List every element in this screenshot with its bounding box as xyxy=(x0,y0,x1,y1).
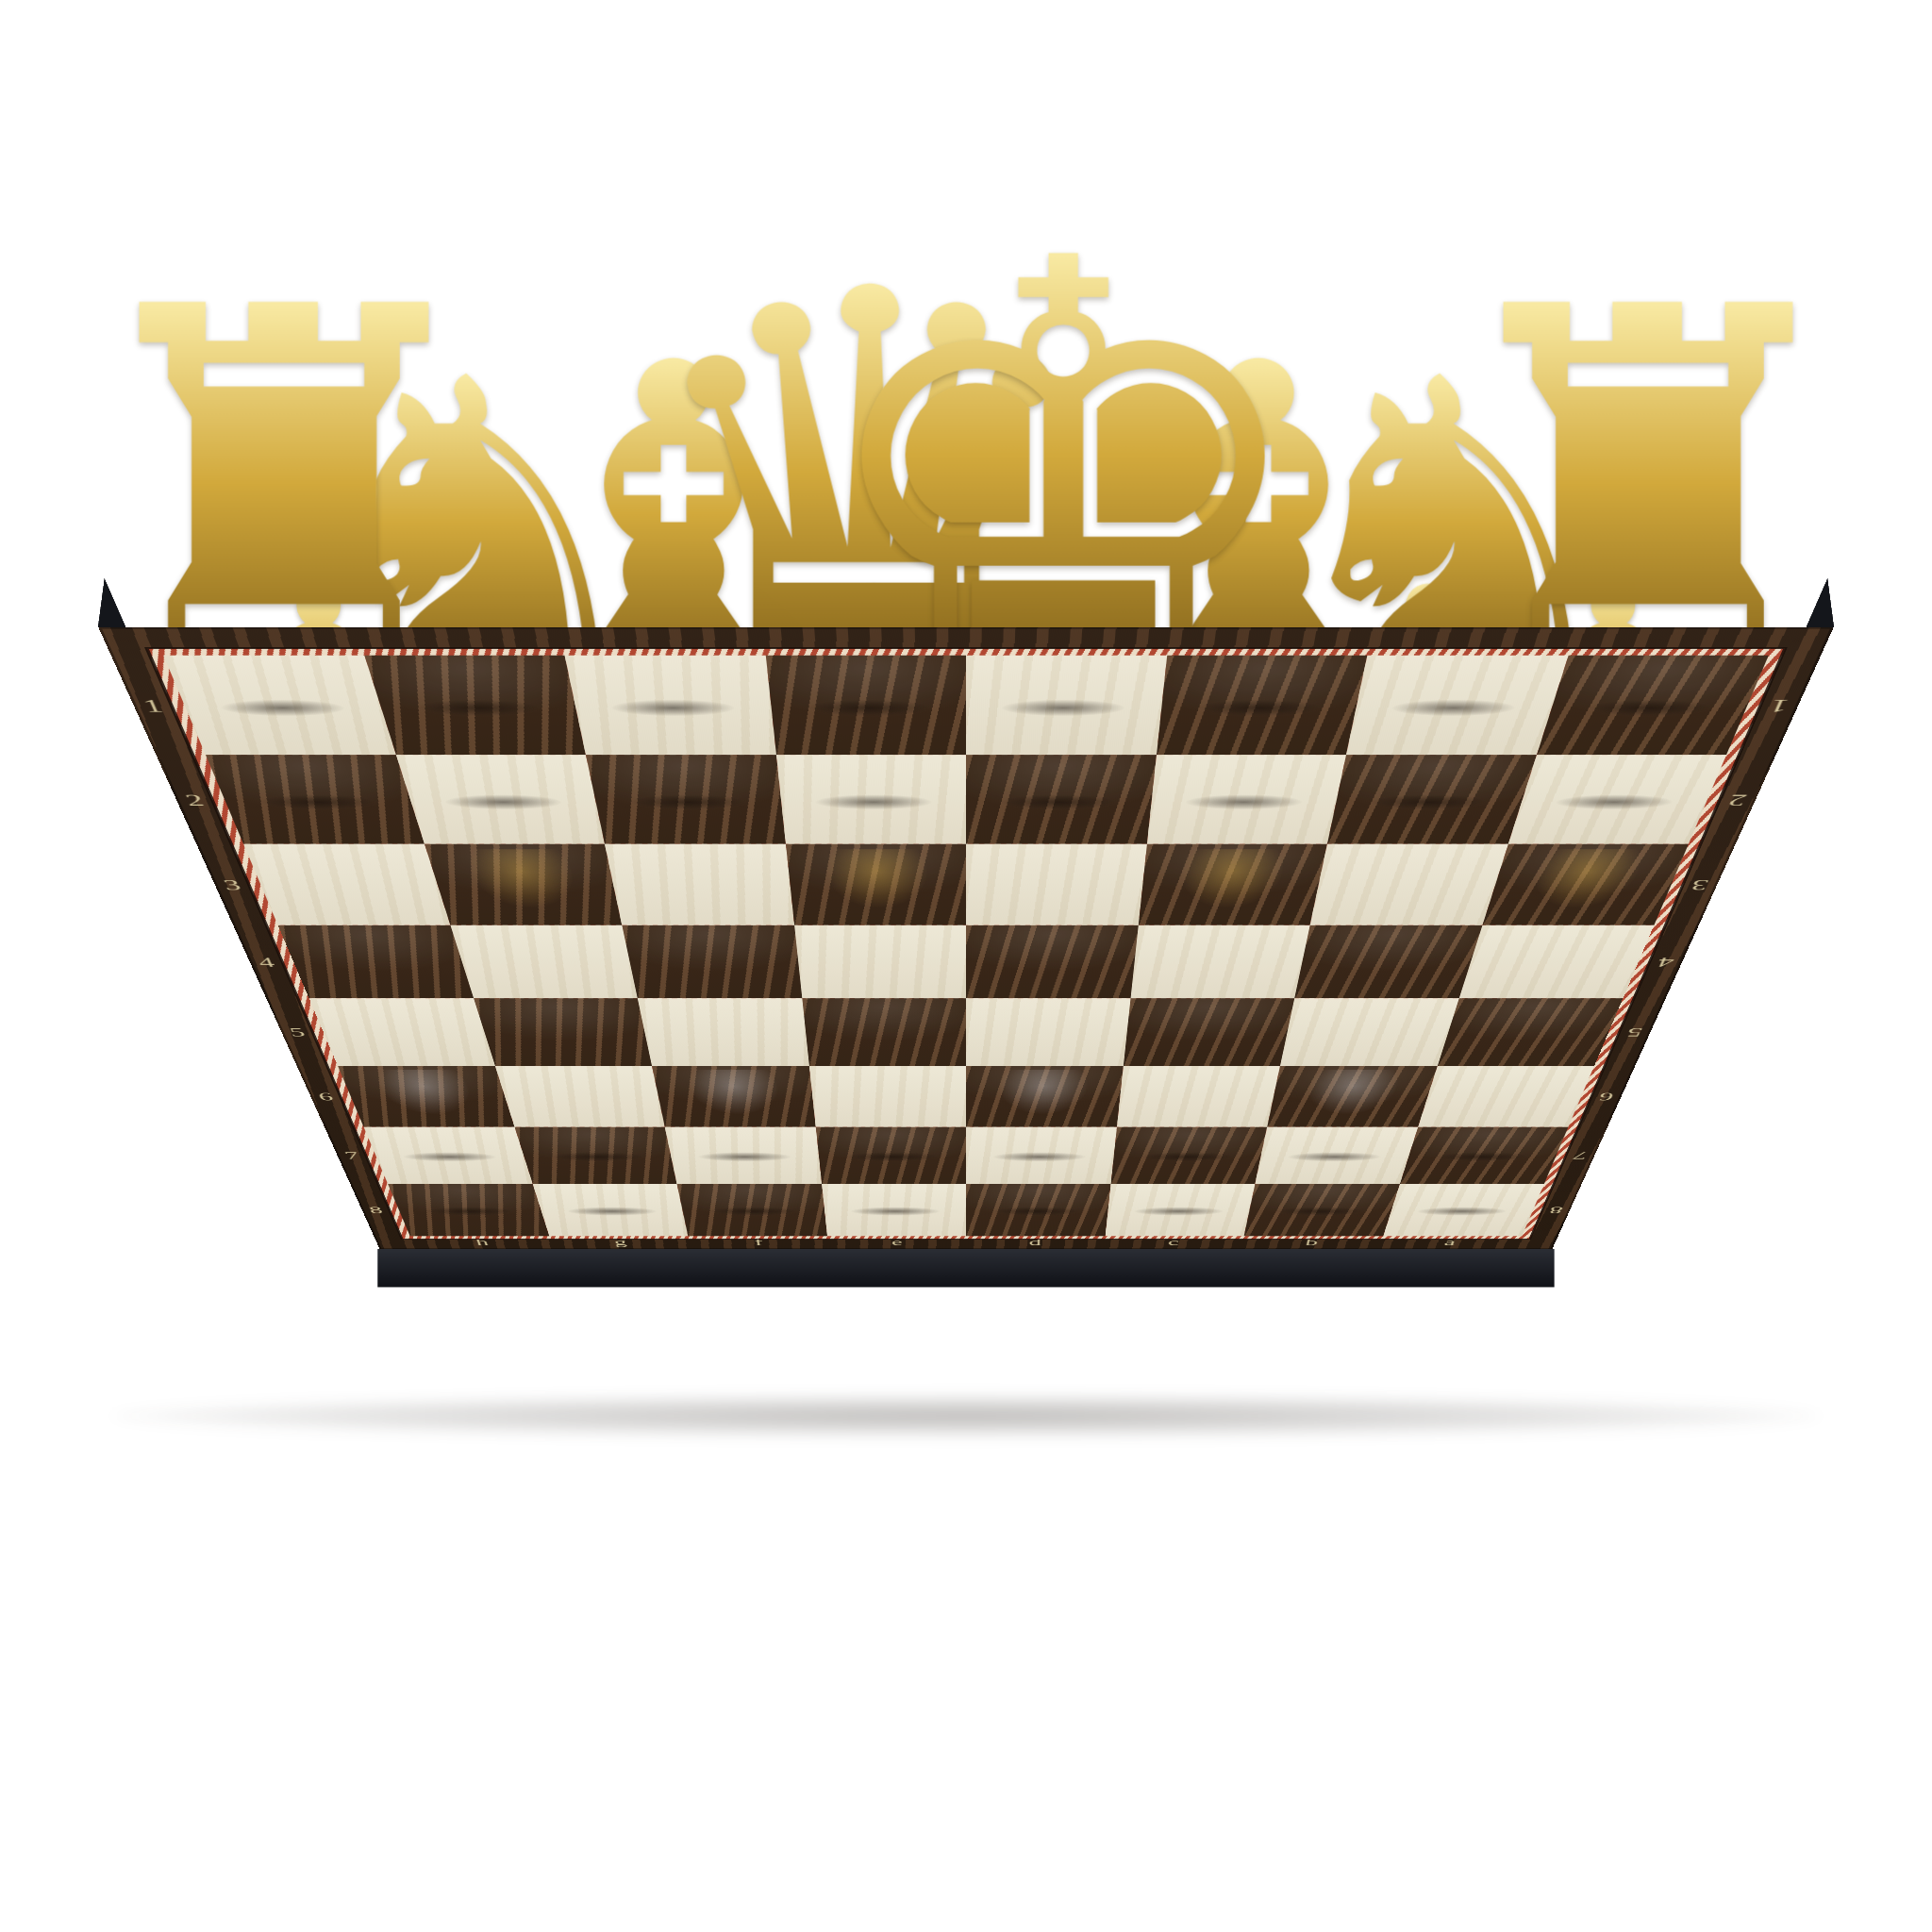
square-c4[interactable] xyxy=(1130,924,1310,998)
rank-label-right-7: 7 xyxy=(1571,1150,1590,1161)
rank-label-right-6: 6 xyxy=(1597,1091,1617,1104)
gold-reflection xyxy=(451,849,597,920)
square-a6[interactable] xyxy=(1418,1066,1594,1127)
rank-label-left-7: 7 xyxy=(342,1150,361,1161)
gold-reflection xyxy=(811,849,942,920)
piece-black-pawn[interactable]: ♟ xyxy=(793,977,991,1158)
square-b4[interactable] xyxy=(1294,924,1482,998)
piece-black-pawn[interactable]: ♟ xyxy=(941,977,1139,1158)
square-h6[interactable] xyxy=(338,1066,514,1127)
square-f4[interactable] xyxy=(622,924,802,998)
piece-black-pawn[interactable]: ♟ xyxy=(646,977,844,1158)
rank-label-left-3: 3 xyxy=(221,876,244,893)
square-g6[interactable] xyxy=(494,1066,664,1127)
file-label-d: d xyxy=(1028,1237,1041,1247)
square-g3[interactable] xyxy=(425,844,623,925)
piece-black-pawn[interactable]: ♟ xyxy=(1088,977,1286,1158)
square-f6[interactable] xyxy=(652,1066,815,1127)
square-d6[interactable] xyxy=(966,1066,1124,1127)
square-e3[interactable] xyxy=(786,844,966,925)
square-f3[interactable] xyxy=(605,844,794,925)
square-c6[interactable] xyxy=(1117,1066,1280,1127)
piece-white-rook[interactable]: ♜ xyxy=(54,289,515,710)
rank-label-right-3: 3 xyxy=(1689,876,1712,893)
square-h1[interactable]: ♜ xyxy=(163,656,395,755)
rank-label-left-6: 6 xyxy=(316,1091,336,1104)
silver-reflection xyxy=(675,1070,794,1124)
chess-board: ♜♞♝♛♚♝♞♜♟♟♟♟♟♟♟♟♟♟♟♟♟♟♟♟♜♞♝♛♚♝♞♜ 1234567… xyxy=(98,627,1833,1249)
square-f5[interactable] xyxy=(638,998,809,1065)
square-a5[interactable] xyxy=(1438,998,1624,1065)
square-d5[interactable] xyxy=(966,998,1130,1065)
gold-reflection xyxy=(1507,849,1661,920)
perspective-wrapper: ♜♞♝♛♚♝♞♜♟♟♟♟♟♟♟♟♟♟♟♟♟♟♟♟♜♞♝♛♚♝♞♜ 1234567… xyxy=(266,298,1666,1698)
square-b3[interactable] xyxy=(1310,844,1508,925)
board-grid: ♜♞♝♛♚♝♞♜♟♟♟♟♟♟♟♟♟♟♟♟♟♟♟♟♜♞♝♛♚♝♞♜ xyxy=(163,656,1769,1236)
file-label-c: c xyxy=(1167,1237,1179,1247)
photo-canvas: ♜♞♝♛♚♝♞♜♟♟♟♟♟♟♟♟♟♟♟♟♟♟♟♟♜♞♝♛♚♝♞♜ 1234567… xyxy=(0,0,1932,1932)
square-a3[interactable] xyxy=(1482,844,1689,925)
silver-reflection xyxy=(361,1070,492,1124)
square-a4[interactable] xyxy=(1458,924,1654,998)
silver-reflection xyxy=(1289,1070,1414,1124)
square-c5[interactable] xyxy=(1124,998,1295,1065)
file-label-g: g xyxy=(612,1237,627,1247)
square-e5[interactable] xyxy=(802,998,966,1065)
square-e6[interactable] xyxy=(808,1066,966,1127)
square-h4[interactable] xyxy=(278,924,474,998)
square-d3[interactable] xyxy=(966,844,1146,925)
piece-white-rook[interactable]: ♜ xyxy=(1417,289,1878,710)
square-h5[interactable] xyxy=(309,998,495,1065)
file-label-e: e xyxy=(891,1237,903,1247)
rank-label-right-4: 4 xyxy=(1655,955,1676,970)
square-h3[interactable] xyxy=(243,844,450,925)
square-b6[interactable] xyxy=(1267,1066,1437,1127)
square-e4[interactable] xyxy=(794,924,966,998)
silver-reflection xyxy=(987,1070,1100,1124)
rank-label-right-5: 5 xyxy=(1624,1025,1645,1040)
piece-white-king[interactable]: ♚ xyxy=(806,239,1322,710)
square-g5[interactable] xyxy=(474,998,652,1065)
gold-reflection xyxy=(1162,849,1301,920)
square-c3[interactable] xyxy=(1138,844,1327,925)
rank-label-left-4: 4 xyxy=(256,955,277,970)
square-d4[interactable] xyxy=(966,924,1138,998)
square-a1[interactable]: ♜ xyxy=(1537,656,1769,755)
file-label-f: f xyxy=(754,1237,764,1247)
square-a7[interactable]: ♟ xyxy=(1400,1127,1569,1184)
square-d1[interactable]: ♚ xyxy=(966,656,1167,755)
square-g4[interactable] xyxy=(450,924,638,998)
square-b5[interactable] xyxy=(1280,998,1458,1065)
rank-label-left-5: 5 xyxy=(287,1025,308,1040)
